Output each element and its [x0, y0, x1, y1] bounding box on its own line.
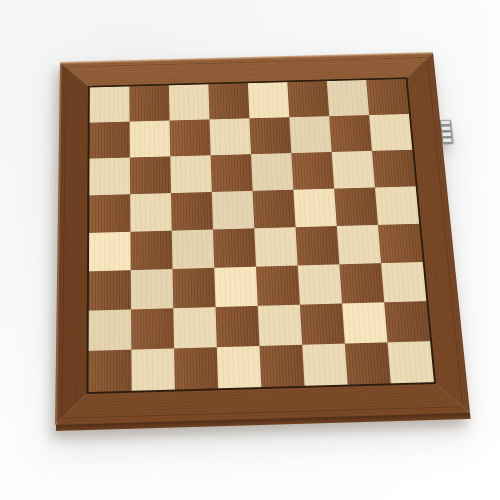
square-d4[interactable]: [213, 228, 256, 268]
square-h5[interactable]: [375, 186, 419, 225]
square-a1[interactable]: [88, 350, 131, 392]
square-g6[interactable]: [332, 151, 375, 189]
square-h7[interactable]: [369, 114, 412, 151]
square-a2[interactable]: [89, 309, 132, 350]
square-e6[interactable]: [251, 153, 293, 191]
square-d2[interactable]: [216, 306, 260, 347]
square-b5[interactable]: [130, 193, 172, 232]
square-b6[interactable]: [130, 156, 171, 194]
square-a5[interactable]: [89, 194, 130, 233]
square-e7[interactable]: [249, 117, 291, 154]
square-b1[interactable]: [131, 348, 175, 390]
square-a4[interactable]: [89, 232, 131, 272]
square-e2[interactable]: [258, 305, 302, 346]
chessboard: [55, 52, 470, 425]
board-shadow-wrap: [0, 0, 500, 500]
square-f5[interactable]: [293, 189, 336, 228]
square-b8[interactable]: [129, 85, 169, 121]
square-e4[interactable]: [254, 227, 297, 266]
square-g1[interactable]: [345, 342, 391, 384]
square-h2[interactable]: [384, 301, 430, 342]
square-b7[interactable]: [130, 120, 171, 157]
square-g2[interactable]: [342, 302, 387, 343]
square-d3[interactable]: [214, 267, 257, 307]
square-c7[interactable]: [170, 119, 211, 156]
square-e8[interactable]: [248, 82, 289, 118]
square-b3[interactable]: [131, 269, 174, 309]
square-g5[interactable]: [334, 187, 378, 226]
square-a8[interactable]: [90, 86, 130, 122]
square-c6[interactable]: [170, 155, 212, 193]
square-b2[interactable]: [131, 308, 174, 349]
square-a3[interactable]: [89, 270, 131, 310]
square-f7[interactable]: [289, 116, 331, 153]
square-a7[interactable]: [89, 122, 129, 159]
square-b4[interactable]: [130, 231, 172, 271]
square-g3[interactable]: [339, 263, 384, 303]
square-g7[interactable]: [329, 115, 372, 152]
square-h6[interactable]: [372, 150, 416, 188]
square-c5[interactable]: [171, 192, 213, 231]
square-d8[interactable]: [208, 83, 249, 119]
square-e3[interactable]: [256, 266, 300, 306]
square-f4[interactable]: [296, 226, 340, 265]
square-g4[interactable]: [337, 225, 381, 264]
square-f3[interactable]: [298, 264, 342, 304]
square-h1[interactable]: [387, 341, 433, 383]
square-e5[interactable]: [253, 190, 296, 229]
square-g8[interactable]: [327, 80, 369, 116]
square-f8[interactable]: [287, 81, 329, 117]
square-f1[interactable]: [302, 344, 347, 386]
square-h4[interactable]: [378, 224, 423, 263]
square-c8[interactable]: [169, 84, 210, 120]
square-c3[interactable]: [173, 268, 216, 308]
hinge-icon: [440, 120, 453, 144]
square-h3[interactable]: [381, 262, 426, 302]
square-d5[interactable]: [212, 191, 254, 230]
square-c2[interactable]: [173, 307, 217, 348]
square-f6[interactable]: [291, 152, 334, 190]
square-c1[interactable]: [174, 347, 218, 389]
square-a6[interactable]: [89, 158, 130, 196]
square-d7[interactable]: [209, 118, 251, 155]
square-e1[interactable]: [260, 345, 305, 387]
square-d1[interactable]: [217, 346, 262, 388]
square-h8[interactable]: [366, 79, 409, 115]
scene: [0, 0, 500, 500]
playing-area: [86, 77, 436, 394]
square-c4[interactable]: [172, 229, 215, 269]
board-grid: [88, 79, 433, 392]
square-f2[interactable]: [300, 303, 345, 344]
square-d6[interactable]: [211, 154, 253, 192]
